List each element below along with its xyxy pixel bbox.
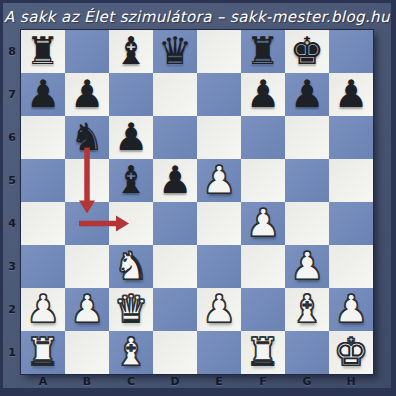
square-c8: ♝ [109,30,153,73]
square-a2: ♟ [21,288,65,331]
square-g1 [285,331,329,374]
square-d5: ♟ [153,159,197,202]
square-h4 [329,202,373,245]
square-b2: ♟ [65,288,109,331]
title-bar: A sakk az Élet szimulátora – sakk-mester… [3,3,391,30]
square-f8: ♜ [241,30,285,73]
square-h1: ♚ [329,331,373,374]
square-g3: ♟ [285,245,329,288]
square-b4 [65,202,109,245]
square-e5: ♟ [197,159,241,202]
square-e6 [197,116,241,159]
square-g5 [285,159,329,202]
piece-black-r-a8: ♜ [26,32,60,70]
file-labels: ABCDEFGH [21,374,373,388]
square-d4 [153,202,197,245]
square-c3: ♞ [109,245,153,288]
rank-label-8: 8 [3,30,21,73]
square-b6: ♞ [65,116,109,159]
square-f4: ♟ [241,202,285,245]
square-d6 [153,116,197,159]
square-f7: ♟ [241,73,285,116]
piece-white-p-b2: ♟ [70,290,104,328]
square-g7: ♟ [285,73,329,116]
piece-white-r-a1: ♜ [26,333,60,371]
file-label-c: C [109,374,153,388]
square-c7 [109,73,153,116]
piece-white-p-f4: ♟ [246,204,280,242]
piece-black-p-c6: ♟ [114,118,148,156]
square-b1 [65,331,109,374]
rank-label-5: 5 [3,159,21,202]
rank-label-3: 3 [3,245,21,288]
piece-black-q-d8: ♛ [158,32,192,70]
square-d8: ♛ [153,30,197,73]
square-d2 [153,288,197,331]
chessboard: ♜♝♛♜♚♟♟♟♟♟♞♟♝♟♟♟♞♟♟♟♛♟♝♟♜♝♜♚ [21,30,373,374]
square-a6 [21,116,65,159]
square-b5 [65,159,109,202]
square-h2: ♟ [329,288,373,331]
rank-label-2: 2 [3,288,21,331]
piece-black-n-b6: ♞ [70,118,104,156]
piece-black-k-g8: ♚ [290,32,324,70]
square-g8: ♚ [285,30,329,73]
piece-white-q-c2: ♛ [114,290,148,328]
file-label-h: H [329,374,373,388]
piece-black-p-b7: ♟ [70,75,104,113]
square-b3 [65,245,109,288]
piece-black-p-g7: ♟ [290,75,324,113]
square-h3 [329,245,373,288]
square-d7 [153,73,197,116]
square-d1 [153,331,197,374]
square-c1: ♝ [109,331,153,374]
square-e7 [197,73,241,116]
piece-white-p-e2: ♟ [202,290,236,328]
file-label-d: D [153,374,197,388]
square-h6 [329,116,373,159]
square-g6 [285,116,329,159]
chess-diagram: A sakk az Élet szimulátora – sakk-mester… [0,0,396,396]
square-f5 [241,159,285,202]
piece-black-b-c5: ♝ [114,161,148,199]
square-a8: ♜ [21,30,65,73]
square-e1 [197,331,241,374]
square-h5 [329,159,373,202]
piece-black-p-d5: ♟ [158,161,192,199]
square-a3 [21,245,65,288]
piece-white-p-a2: ♟ [26,290,60,328]
piece-white-b-g2: ♝ [290,290,324,328]
file-label-g: G [285,374,329,388]
square-e3 [197,245,241,288]
piece-black-p-f7: ♟ [246,75,280,113]
rank-label-1: 1 [3,331,21,374]
file-label-a: A [21,374,65,388]
rank-label-6: 6 [3,116,21,159]
square-e8 [197,30,241,73]
square-c2: ♛ [109,288,153,331]
square-a7: ♟ [21,73,65,116]
piece-white-k-h1: ♚ [334,333,368,371]
square-e2: ♟ [197,288,241,331]
file-label-b: B [65,374,109,388]
piece-black-r-f8: ♜ [246,32,280,70]
square-c4 [109,202,153,245]
file-label-e: E [197,374,241,388]
rank-labels: 87654321 [3,30,21,374]
square-g2: ♝ [285,288,329,331]
square-h8 [329,30,373,73]
piece-white-n-c3: ♞ [114,247,148,285]
square-b8 [65,30,109,73]
square-g4 [285,202,329,245]
square-h7: ♟ [329,73,373,116]
square-c6: ♟ [109,116,153,159]
piece-white-b-c1: ♝ [114,333,148,371]
piece-white-p-e5: ♟ [202,161,236,199]
square-b7: ♟ [65,73,109,116]
square-c5: ♝ [109,159,153,202]
square-f1: ♜ [241,331,285,374]
square-a4 [21,202,65,245]
square-f6 [241,116,285,159]
square-a5 [21,159,65,202]
square-f2 [241,288,285,331]
piece-black-p-a7: ♟ [26,75,60,113]
piece-white-r-f1: ♜ [246,333,280,371]
piece-black-b-c8: ♝ [114,32,148,70]
piece-white-p-g3: ♟ [290,247,324,285]
piece-white-p-h2: ♟ [334,290,368,328]
rank-label-4: 4 [3,202,21,245]
file-label-f: F [241,374,285,388]
page-title: A sakk az Élet szimulátora – sakk-mester… [4,8,390,26]
square-a1: ♜ [21,331,65,374]
piece-black-p-h7: ♟ [334,75,368,113]
square-f3 [241,245,285,288]
square-d3 [153,245,197,288]
square-e4 [197,202,241,245]
rank-label-7: 7 [3,73,21,116]
